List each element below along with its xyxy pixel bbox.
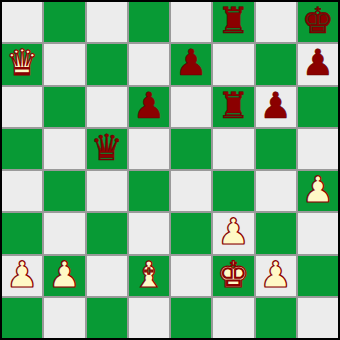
square-b4[interactable] — [44, 171, 84, 211]
square-f4[interactable] — [213, 171, 253, 211]
square-d5[interactable] — [129, 129, 169, 169]
piece-black-rook[interactable]: ♜ — [217, 88, 249, 124]
square-g8[interactable] — [256, 2, 296, 42]
square-g6[interactable]: ♟ — [256, 87, 296, 127]
square-h1[interactable] — [298, 298, 338, 338]
square-b1[interactable] — [44, 298, 84, 338]
square-a2[interactable]: ♟ — [2, 256, 42, 296]
square-e2[interactable] — [171, 256, 211, 296]
square-g3[interactable] — [256, 213, 296, 253]
square-g5[interactable] — [256, 129, 296, 169]
square-g4[interactable] — [256, 171, 296, 211]
square-g1[interactable] — [256, 298, 296, 338]
square-a1[interactable] — [2, 298, 42, 338]
square-h2[interactable] — [298, 256, 338, 296]
square-e3[interactable] — [171, 213, 211, 253]
square-h6[interactable] — [298, 87, 338, 127]
piece-black-rook[interactable]: ♜ — [217, 3, 249, 39]
square-c1[interactable] — [87, 298, 127, 338]
square-a3[interactable] — [2, 213, 42, 253]
piece-black-queen[interactable]: ♛ — [90, 130, 122, 166]
square-e6[interactable] — [171, 87, 211, 127]
square-c4[interactable] — [87, 171, 127, 211]
square-a6[interactable] — [2, 87, 42, 127]
square-b3[interactable] — [44, 213, 84, 253]
piece-white-bishop[interactable]: ♝ — [133, 257, 165, 293]
square-d4[interactable] — [129, 171, 169, 211]
square-d8[interactable] — [129, 2, 169, 42]
square-f7[interactable] — [213, 44, 253, 84]
square-f1[interactable] — [213, 298, 253, 338]
piece-black-pawn[interactable]: ♟ — [302, 45, 334, 81]
chess-board-frame: ♜♚♛♟♟♟♜♟♛♟♟♟♟♝♚♟ — [0, 0, 340, 340]
square-g7[interactable] — [256, 44, 296, 84]
piece-black-pawn[interactable]: ♟ — [133, 88, 165, 124]
piece-black-pawn[interactable]: ♟ — [259, 88, 291, 124]
square-e8[interactable] — [171, 2, 211, 42]
square-e4[interactable] — [171, 171, 211, 211]
square-a5[interactable] — [2, 129, 42, 169]
square-h3[interactable] — [298, 213, 338, 253]
square-f2[interactable]: ♚ — [213, 256, 253, 296]
square-f6[interactable]: ♜ — [213, 87, 253, 127]
chess-board: ♜♚♛♟♟♟♜♟♛♟♟♟♟♝♚♟ — [2, 2, 338, 338]
square-c2[interactable] — [87, 256, 127, 296]
piece-black-king[interactable]: ♚ — [302, 3, 334, 39]
square-c6[interactable] — [87, 87, 127, 127]
square-h4[interactable]: ♟ — [298, 171, 338, 211]
square-e1[interactable] — [171, 298, 211, 338]
square-b5[interactable] — [44, 129, 84, 169]
square-d3[interactable] — [129, 213, 169, 253]
square-c8[interactable] — [87, 2, 127, 42]
square-g2[interactable]: ♟ — [256, 256, 296, 296]
piece-white-pawn[interactable]: ♟ — [48, 257, 80, 293]
square-c5[interactable]: ♛ — [87, 129, 127, 169]
square-b7[interactable] — [44, 44, 84, 84]
square-c3[interactable] — [87, 213, 127, 253]
piece-white-pawn[interactable]: ♟ — [217, 214, 249, 250]
square-h7[interactable]: ♟ — [298, 44, 338, 84]
piece-black-pawn[interactable]: ♟ — [175, 45, 207, 81]
square-a8[interactable] — [2, 2, 42, 42]
square-c7[interactable] — [87, 44, 127, 84]
square-f5[interactable] — [213, 129, 253, 169]
piece-white-pawn[interactable]: ♟ — [259, 257, 291, 293]
square-h8[interactable]: ♚ — [298, 2, 338, 42]
square-e7[interactable]: ♟ — [171, 44, 211, 84]
piece-white-pawn[interactable]: ♟ — [6, 257, 38, 293]
square-d2[interactable]: ♝ — [129, 256, 169, 296]
square-e5[interactable] — [171, 129, 211, 169]
square-h5[interactable] — [298, 129, 338, 169]
piece-white-king[interactable]: ♚ — [217, 257, 249, 293]
square-f8[interactable]: ♜ — [213, 2, 253, 42]
square-b8[interactable] — [44, 2, 84, 42]
square-b6[interactable] — [44, 87, 84, 127]
square-d7[interactable] — [129, 44, 169, 84]
square-d1[interactable] — [129, 298, 169, 338]
piece-white-pawn[interactable]: ♟ — [302, 172, 334, 208]
square-a7[interactable]: ♛ — [2, 44, 42, 84]
square-a4[interactable] — [2, 171, 42, 211]
square-f3[interactable]: ♟ — [213, 213, 253, 253]
piece-white-queen[interactable]: ♛ — [6, 45, 38, 81]
square-b2[interactable]: ♟ — [44, 256, 84, 296]
square-d6[interactable]: ♟ — [129, 87, 169, 127]
